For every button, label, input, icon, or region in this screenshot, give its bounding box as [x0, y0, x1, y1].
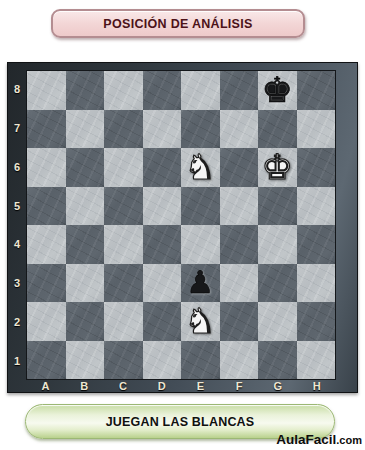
aulafacil-logo: AulaFacil.com [276, 430, 362, 448]
square-c3 [104, 264, 143, 303]
chess-board: 87654321 ♚♞♚♟♞ ABCDEFGH [7, 62, 358, 393]
white-knight-e6: ♞ [185, 150, 216, 185]
square-a7 [27, 110, 66, 149]
square-b5 [66, 187, 105, 226]
square-e7 [181, 110, 220, 149]
square-h5 [297, 187, 336, 226]
square-g3 [258, 264, 297, 303]
square-h4 [297, 225, 336, 264]
square-d1 [143, 341, 182, 380]
rank-label-8: 8 [8, 70, 26, 109]
square-h6 [297, 148, 336, 187]
rank-label-7: 7 [8, 109, 26, 148]
square-d2 [143, 302, 182, 341]
black-pawn-e3: ♟ [186, 267, 214, 298]
file-label-b: B [65, 380, 104, 393]
square-c5 [104, 187, 143, 226]
square-f3 [220, 264, 259, 303]
square-a4 [27, 225, 66, 264]
square-a5 [27, 187, 66, 226]
square-h2 [297, 302, 336, 341]
file-label-d: D [142, 380, 181, 393]
square-h8 [297, 71, 336, 110]
aulafacil-brand-text: AulaFacil [276, 432, 336, 447]
square-d5 [143, 187, 182, 226]
aulafacil-domain-suffix: .com [336, 434, 362, 446]
rank-label-4: 4 [8, 225, 26, 264]
square-f2 [220, 302, 259, 341]
file-label-a: A [26, 380, 65, 393]
square-e1 [181, 341, 220, 380]
square-b4 [66, 225, 105, 264]
square-b8 [66, 71, 105, 110]
square-e2: ♞ [181, 302, 220, 341]
square-d4 [143, 225, 182, 264]
board-grid: ♚♞♚♟♞ [26, 70, 336, 380]
square-d8 [143, 71, 182, 110]
square-e6: ♞ [181, 148, 220, 187]
square-d7 [143, 110, 182, 149]
square-c2 [104, 302, 143, 341]
square-d6 [143, 148, 182, 187]
analysis-banner-label: POSICIÓN DE ANÁLISIS [103, 17, 252, 31]
square-e5 [181, 187, 220, 226]
square-b2 [66, 302, 105, 341]
rank-label-5: 5 [8, 186, 26, 225]
square-h3 [297, 264, 336, 303]
square-f7 [220, 110, 259, 149]
rank-label-2: 2 [8, 303, 26, 342]
file-label-f: F [220, 380, 259, 393]
square-f1 [220, 341, 259, 380]
square-h7 [297, 110, 336, 149]
page: POSICIÓN DE ANÁLISIS 87654321 ♚♞♚♟♞ ABCD… [0, 0, 365, 450]
square-a2 [27, 302, 66, 341]
square-c8 [104, 71, 143, 110]
square-a6 [27, 148, 66, 187]
square-g4 [258, 225, 297, 264]
black-king-g8: ♚ [262, 73, 293, 108]
square-a3 [27, 264, 66, 303]
square-f4 [220, 225, 259, 264]
square-a1 [27, 341, 66, 380]
file-label-g: G [259, 380, 298, 393]
square-f8 [220, 71, 259, 110]
rank-label-3: 3 [8, 264, 26, 303]
square-g8: ♚ [258, 71, 297, 110]
square-d3 [143, 264, 182, 303]
square-f5 [220, 187, 259, 226]
square-c6 [104, 148, 143, 187]
rank-label-6: 6 [8, 148, 26, 187]
square-b1 [66, 341, 105, 380]
turn-banner-label: JUEGAN LAS BLANCAS [106, 415, 255, 429]
square-g7 [258, 110, 297, 149]
square-g6: ♚ [258, 148, 297, 187]
rank-label-1: 1 [8, 341, 26, 380]
square-b7 [66, 110, 105, 149]
white-knight-e2: ♞ [185, 304, 216, 339]
square-c1 [104, 341, 143, 380]
square-c7 [104, 110, 143, 149]
file-labels: ABCDEFGH [26, 380, 336, 393]
square-h1 [297, 341, 336, 380]
square-f6 [220, 148, 259, 187]
square-g2 [258, 302, 297, 341]
rank-labels: 87654321 [8, 70, 26, 380]
file-label-c: C [104, 380, 143, 393]
white-king-g6: ♚ [262, 150, 293, 185]
file-label-e: E [181, 380, 220, 393]
file-label-h: H [297, 380, 336, 393]
square-a8 [27, 71, 66, 110]
square-b6 [66, 148, 105, 187]
square-g1 [258, 341, 297, 380]
square-b3 [66, 264, 105, 303]
square-e4 [181, 225, 220, 264]
square-e3: ♟ [181, 264, 220, 303]
square-g5 [258, 187, 297, 226]
square-e8 [181, 71, 220, 110]
analysis-banner: POSICIÓN DE ANÁLISIS [51, 9, 305, 38]
square-c4 [104, 225, 143, 264]
